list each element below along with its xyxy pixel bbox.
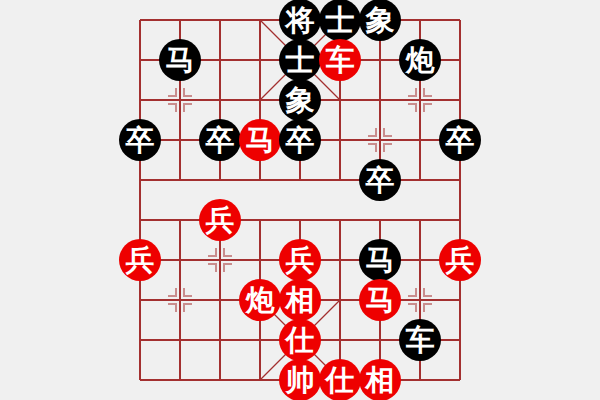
board-point-6-5[interactable] [360,200,400,240]
black-pawn[interactable]: 卒 [279,119,321,161]
black-pawn[interactable]: 卒 [119,119,161,161]
board-point-6-3[interactable] [360,120,400,160]
board-point-3-9[interactable] [240,360,280,400]
board-point-5-0[interactable]: 士 [320,0,360,40]
black-advisor[interactable]: 士 [279,39,321,81]
board-point-2-7[interactable] [200,280,240,320]
board-point-4-1[interactable]: 士 [280,40,320,80]
board-point-6-7[interactable]: 马 [360,280,400,320]
board-point-3-2[interactable] [240,80,280,120]
board-point-1-2[interactable] [160,80,200,120]
xiangqi-board: 将士象马士车炮象卒卒马卒卒卒兵兵兵马兵炮相马仕车帅仕相 [0,0,600,400]
black-cannon[interactable]: 炮 [399,39,441,81]
board-point-5-4[interactable] [320,160,360,200]
board-point-7-7[interactable] [400,280,440,320]
board-point-7-1[interactable]: 炮 [400,40,440,80]
red-horse[interactable]: 马 [359,279,401,321]
red-pawn[interactable]: 兵 [279,239,321,281]
board-point-4-9[interactable]: 帅 [280,360,320,400]
black-elephant[interactable]: 象 [359,0,401,41]
board-point-7-2[interactable] [400,80,440,120]
board-point-8-6[interactable]: 兵 [440,240,480,280]
board-point-0-4[interactable] [120,160,160,200]
board-point-8-8[interactable] [440,320,480,360]
board-point-5-9[interactable]: 仕 [320,360,360,400]
black-pawn[interactable]: 卒 [439,119,481,161]
board-point-8-2[interactable] [440,80,480,120]
board-point-0-0[interactable] [120,0,160,40]
board-point-3-7[interactable]: 炮 [240,280,280,320]
board-point-8-5[interactable] [440,200,480,240]
board-point-0-8[interactable] [120,320,160,360]
board-point-5-5[interactable] [320,200,360,240]
red-pawn[interactable]: 兵 [439,239,481,281]
board-point-1-6[interactable] [160,240,200,280]
board-point-2-0[interactable] [200,0,240,40]
board-point-3-6[interactable] [240,240,280,280]
red-chariot[interactable]: 车 [319,39,361,81]
red-pawn[interactable]: 兵 [119,239,161,281]
board-point-4-8[interactable]: 仕 [280,320,320,360]
board-point-6-1[interactable] [360,40,400,80]
board-point-3-8[interactable] [240,320,280,360]
black-pawn[interactable]: 卒 [359,159,401,201]
board-point-0-5[interactable] [120,200,160,240]
black-chariot[interactable]: 车 [399,319,441,361]
board-point-7-8[interactable]: 车 [400,320,440,360]
red-cannon[interactable]: 炮 [239,279,281,321]
board-point-4-3[interactable]: 卒 [280,120,320,160]
board-point-4-0[interactable]: 将 [280,0,320,40]
red-elephant[interactable]: 相 [279,279,321,321]
red-pawn[interactable]: 兵 [199,199,241,241]
board-point-2-1[interactable] [200,40,240,80]
board-point-5-6[interactable] [320,240,360,280]
red-elephant[interactable]: 相 [359,359,401,400]
board-point-6-8[interactable] [360,320,400,360]
red-general[interactable]: 帅 [279,359,321,400]
board-point-4-6[interactable]: 兵 [280,240,320,280]
board-point-3-3[interactable]: 马 [240,120,280,160]
board-point-0-7[interactable] [120,280,160,320]
black-horse[interactable]: 马 [159,39,201,81]
board-point-6-6[interactable]: 马 [360,240,400,280]
board-point-2-3[interactable]: 卒 [200,120,240,160]
board-point-0-2[interactable] [120,80,160,120]
board-point-6-4[interactable]: 卒 [360,160,400,200]
board-point-5-3[interactable] [320,120,360,160]
board-point-2-8[interactable] [200,320,240,360]
black-general[interactable]: 将 [279,0,321,41]
red-horse[interactable]: 马 [239,119,281,161]
board-point-8-4[interactable] [440,160,480,200]
board-point-7-5[interactable] [400,200,440,240]
board-point-7-4[interactable] [400,160,440,200]
black-horse[interactable]: 马 [359,239,401,281]
board-point-3-0[interactable] [240,0,280,40]
board-point-0-6[interactable]: 兵 [120,240,160,280]
board-point-5-7[interactable] [320,280,360,320]
board-point-4-5[interactable] [280,200,320,240]
board-point-8-3[interactable]: 卒 [440,120,480,160]
board-point-8-7[interactable] [440,280,480,320]
board-point-1-8[interactable] [160,320,200,360]
board-point-2-6[interactable] [200,240,240,280]
board-point-2-4[interactable] [200,160,240,200]
board-point-7-0[interactable] [400,0,440,40]
board-point-0-1[interactable] [120,40,160,80]
board-point-1-3[interactable] [160,120,200,160]
board-point-8-0[interactable] [440,0,480,40]
board-point-1-1[interactable]: 马 [160,40,200,80]
board-point-0-9[interactable] [120,360,160,400]
red-advisor[interactable]: 仕 [279,319,321,361]
board-point-5-2[interactable] [320,80,360,120]
board-point-4-2[interactable]: 象 [280,80,320,120]
black-advisor[interactable]: 士 [319,0,361,41]
board-point-0-3[interactable]: 卒 [120,120,160,160]
board-point-7-9[interactable] [400,360,440,400]
board-point-3-1[interactable] [240,40,280,80]
black-pawn[interactable]: 卒 [199,119,241,161]
board-point-6-0[interactable]: 象 [360,0,400,40]
board-point-6-9[interactable]: 相 [360,360,400,400]
red-advisor[interactable]: 仕 [319,359,361,400]
board-point-7-3[interactable] [400,120,440,160]
board-point-1-5[interactable] [160,200,200,240]
board-point-7-6[interactable] [400,240,440,280]
board-point-8-9[interactable] [440,360,480,400]
board-point-2-2[interactable] [200,80,240,120]
board-point-5-1[interactable]: 车 [320,40,360,80]
board-point-1-4[interactable] [160,160,200,200]
board-point-2-5[interactable]: 兵 [200,200,240,240]
board-point-3-4[interactable] [240,160,280,200]
board-point-6-2[interactable] [360,80,400,120]
board-point-2-9[interactable] [200,360,240,400]
board-point-4-7[interactable]: 相 [280,280,320,320]
board-point-4-4[interactable] [280,160,320,200]
board-point-1-0[interactable] [160,0,200,40]
black-elephant[interactable]: 象 [279,79,321,121]
board-grid: 将士象马士车炮象卒卒马卒卒卒兵兵兵马兵炮相马仕车帅仕相 [120,0,480,400]
board-point-1-9[interactable] [160,360,200,400]
board-point-1-7[interactable] [160,280,200,320]
board-point-5-8[interactable] [320,320,360,360]
board-point-3-5[interactable] [240,200,280,240]
board-point-8-1[interactable] [440,40,480,80]
